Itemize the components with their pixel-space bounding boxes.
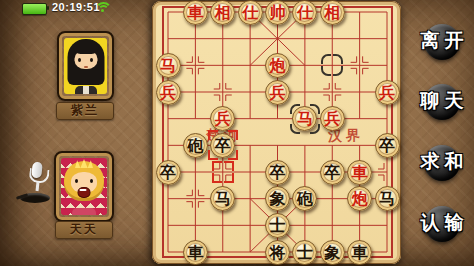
- wifi-icon: [95, 2, 110, 14]
- piece-black-将[interactable]: 将: [265, 240, 290, 265]
- piece-black-象[interactable]: 象: [265, 186, 290, 211]
- piece-red-相[interactable]: 相: [210, 0, 235, 25]
- piece-red-马[interactable]: 马: [156, 53, 181, 78]
- status-time: 20:19:51: [52, 1, 100, 13]
- piece-red-兵[interactable]: 兵: [320, 106, 345, 131]
- piece-black-马[interactable]: 马: [375, 186, 400, 211]
- piece-red-兵[interactable]: 兵: [265, 80, 290, 105]
- crown-icon: [75, 159, 93, 168]
- game-screen: 20:19:51 紫兰 天天 楚河: [0, 0, 474, 266]
- chat-button[interactable]: 聊天: [411, 84, 473, 120]
- piece-black-車[interactable]: 車: [183, 240, 208, 265]
- river-text-right: 汉界: [312, 127, 376, 145]
- piece-red-炮[interactable]: 炮: [265, 53, 290, 78]
- player-top-avatar[interactable]: [57, 31, 114, 101]
- piece-red-兵[interactable]: 兵: [156, 80, 181, 105]
- player-bottom-name: 天天: [55, 221, 113, 239]
- player-top-name: 紫兰: [56, 102, 114, 120]
- piece-black-卒[interactable]: 卒: [210, 133, 235, 158]
- piece-black-卒[interactable]: 卒: [375, 133, 400, 158]
- player-bottom-portrait: [61, 158, 107, 215]
- draw-button-label: 求和: [411, 149, 473, 175]
- resign-button-label: 认输: [411, 210, 473, 236]
- piece-black-車[interactable]: 車: [347, 240, 372, 265]
- piece-black-士[interactable]: 士: [292, 240, 317, 265]
- piece-red-兵[interactable]: 兵: [375, 80, 400, 105]
- piece-black-士[interactable]: 士: [265, 213, 290, 238]
- resign-button[interactable]: 认输: [411, 206, 473, 242]
- battery-icon: [22, 3, 47, 15]
- piece-red-仕[interactable]: 仕: [238, 0, 263, 25]
- piece-black-象[interactable]: 象: [320, 240, 345, 265]
- draw-button[interactable]: 求和: [411, 145, 473, 181]
- player-bottom-avatar[interactable]: [54, 151, 114, 222]
- piece-black-卒[interactable]: 卒: [156, 160, 181, 185]
- player-top-portrait: [64, 38, 107, 94]
- piece-black-砲[interactable]: 砲: [183, 133, 208, 158]
- xiangqi-board[interactable]: 楚河 汉界 車相仕帅仕相马炮兵兵兵兵马兵車炮砲卒卒卒卒卒马象砲马士車将士象車: [152, 1, 401, 264]
- piece-black-卒[interactable]: 卒: [320, 160, 345, 185]
- chat-button-label: 聊天: [411, 88, 473, 114]
- piece-red-車[interactable]: 車: [347, 160, 372, 185]
- leave-button-label: 离开: [411, 28, 473, 54]
- piece-red-車[interactable]: 車: [183, 0, 208, 25]
- piece-red-帅[interactable]: 帅: [265, 0, 290, 25]
- bangs-shape: [73, 47, 98, 54]
- piece-red-相[interactable]: 相: [320, 0, 345, 25]
- leave-button[interactable]: 离开: [411, 24, 473, 60]
- piece-red-仕[interactable]: 仕: [292, 0, 317, 25]
- piece-black-卒[interactable]: 卒: [265, 160, 290, 185]
- microphone-icon[interactable]: [16, 161, 58, 205]
